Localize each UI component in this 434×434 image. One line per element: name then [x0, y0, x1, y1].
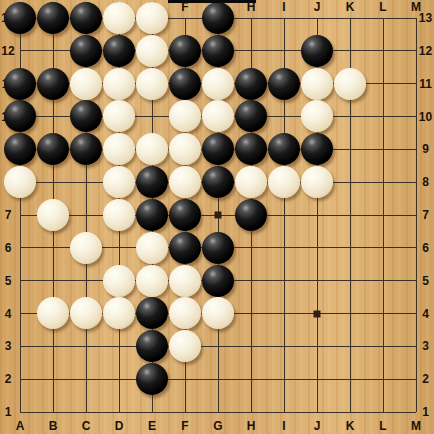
stone-black-D12 [103, 35, 135, 67]
board-intersections [4, 2, 433, 429]
intersection-K6[interactable] [334, 231, 367, 264]
stone-black-C12 [70, 35, 102, 67]
stone-white-D7 [103, 199, 135, 231]
stone-black-J12 [301, 35, 333, 67]
intersection-G13[interactable] [202, 2, 235, 35]
stone-white-K11 [334, 68, 366, 100]
intersection-G5[interactable] [202, 264, 235, 297]
intersection-H6[interactable] [235, 231, 268, 264]
stone-black-I11 [268, 68, 300, 100]
intersection-D9[interactable] [103, 133, 136, 166]
intersection-B6[interactable] [37, 231, 70, 264]
intersection-K13[interactable] [334, 2, 367, 35]
intersection-H10[interactable] [235, 100, 268, 133]
intersection-L3[interactable] [367, 330, 400, 363]
stone-black-G12 [202, 35, 234, 67]
intersection-M4[interactable] [400, 297, 433, 330]
stone-black-E3 [136, 330, 168, 362]
intersection-E2[interactable] [136, 363, 169, 396]
stone-black-A9 [4, 133, 36, 165]
stone-white-B4 [37, 297, 69, 329]
intersection-B11[interactable] [37, 67, 70, 100]
stone-white-C4 [70, 297, 102, 329]
stone-black-E8 [136, 166, 168, 198]
intersection-I13[interactable] [268, 2, 301, 35]
intersection-K7[interactable] [334, 199, 367, 232]
intersection-E4[interactable] [136, 297, 169, 330]
stone-white-E11 [136, 68, 168, 100]
intersection-C2[interactable] [70, 363, 103, 396]
intersection-H8[interactable] [235, 166, 268, 199]
intersection-M8[interactable] [400, 166, 433, 199]
intersection-J11[interactable] [301, 67, 334, 100]
stone-black-F6 [169, 232, 201, 264]
intersection-C8[interactable] [70, 166, 103, 199]
stone-white-G11 [202, 68, 234, 100]
intersection-E5[interactable] [136, 264, 169, 297]
intersection-M12[interactable] [400, 34, 433, 67]
stone-white-F3 [169, 330, 201, 362]
stone-white-E12 [136, 35, 168, 67]
intersection-L12[interactable] [367, 34, 400, 67]
stone-white-A8 [4, 166, 36, 198]
stone-black-A10 [4, 100, 36, 132]
stone-white-D5 [103, 265, 135, 297]
intersection-D6[interactable] [103, 231, 136, 264]
intersection-L6[interactable] [367, 231, 400, 264]
intersection-I11[interactable] [268, 67, 301, 100]
intersection-G9[interactable] [202, 133, 235, 166]
intersection-J1[interactable] [301, 396, 334, 429]
intersection-E1[interactable] [136, 396, 169, 429]
intersection-I9[interactable] [268, 133, 301, 166]
stone-white-C11 [70, 68, 102, 100]
stone-black-C9 [70, 133, 102, 165]
intersection-J8[interactable] [301, 166, 334, 199]
intersection-A1[interactable] [4, 396, 37, 429]
intersection-E11[interactable] [136, 67, 169, 100]
stone-black-G6 [202, 232, 234, 264]
intersection-E12[interactable] [136, 34, 169, 67]
intersection-B2[interactable] [37, 363, 70, 396]
intersection-H5[interactable] [235, 264, 268, 297]
intersection-I10[interactable] [268, 100, 301, 133]
intersection-A3[interactable] [4, 330, 37, 363]
intersection-E10[interactable] [136, 100, 169, 133]
stone-black-B13 [37, 2, 69, 34]
intersection-H2[interactable] [235, 363, 268, 396]
intersection-F5[interactable] [169, 264, 202, 297]
intersection-F9[interactable] [169, 133, 202, 166]
stone-white-D8 [103, 166, 135, 198]
stone-black-B9 [37, 133, 69, 165]
intersection-C3[interactable] [70, 330, 103, 363]
intersection-G6[interactable] [202, 231, 235, 264]
intersection-K5[interactable] [334, 264, 367, 297]
intersection-D4[interactable] [103, 297, 136, 330]
intersection-A11[interactable] [4, 67, 37, 100]
intersection-G2[interactable] [202, 363, 235, 396]
stone-white-F8 [169, 166, 201, 198]
stone-black-E7 [136, 199, 168, 231]
stone-black-G9 [202, 133, 234, 165]
intersection-F13[interactable] [169, 2, 202, 35]
intersection-D1[interactable] [103, 396, 136, 429]
intersection-A8[interactable] [4, 166, 37, 199]
intersection-A9[interactable] [4, 133, 37, 166]
intersection-D12[interactable] [103, 34, 136, 67]
stone-white-B7 [37, 199, 69, 231]
intersection-I4[interactable] [268, 297, 301, 330]
intersection-I3[interactable] [268, 330, 301, 363]
intersection-D5[interactable] [103, 264, 136, 297]
intersection-F1[interactable] [169, 396, 202, 429]
intersection-J2[interactable] [301, 363, 334, 396]
intersection-E6[interactable] [136, 231, 169, 264]
stone-white-F9 [169, 133, 201, 165]
intersection-M13[interactable] [400, 2, 433, 35]
stone-black-E4 [136, 297, 168, 329]
intersection-J12[interactable] [301, 34, 334, 67]
intersection-I1[interactable] [268, 396, 301, 429]
intersection-H9[interactable] [235, 133, 268, 166]
intersection-H3[interactable] [235, 330, 268, 363]
intersection-L5[interactable] [367, 264, 400, 297]
intersection-C11[interactable] [70, 67, 103, 100]
intersection-K3[interactable] [334, 330, 367, 363]
intersection-C6[interactable] [70, 231, 103, 264]
intersection-K11[interactable] [334, 67, 367, 100]
go-app-screen: AABBCCDDEEFFGGHHIIJJKKLLMM13131212111110… [0, 0, 434, 434]
stone-black-A13 [4, 2, 36, 34]
stone-black-H9 [235, 133, 267, 165]
stone-black-G13 [202, 2, 234, 34]
intersection-D8[interactable] [103, 166, 136, 199]
intersection-C5[interactable] [70, 264, 103, 297]
intersection-M3[interactable] [400, 330, 433, 363]
intersection-I8[interactable] [268, 166, 301, 199]
intersection-L7[interactable] [367, 199, 400, 232]
intersection-D11[interactable] [103, 67, 136, 100]
intersection-J5[interactable] [301, 264, 334, 297]
intersection-L4[interactable] [367, 297, 400, 330]
stone-white-D11 [103, 68, 135, 100]
stone-white-D13 [103, 2, 135, 34]
stone-black-G8 [202, 166, 234, 198]
intersection-J6[interactable] [301, 231, 334, 264]
intersection-I5[interactable] [268, 264, 301, 297]
intersection-H1[interactable] [235, 396, 268, 429]
intersection-B10[interactable] [37, 100, 70, 133]
stone-black-H10 [235, 100, 267, 132]
intersection-G3[interactable] [202, 330, 235, 363]
stone-black-C13 [70, 2, 102, 34]
intersection-G12[interactable] [202, 34, 235, 67]
intersection-G10[interactable] [202, 100, 235, 133]
stone-black-C10 [70, 100, 102, 132]
intersection-A13[interactable] [4, 2, 37, 35]
intersection-E8[interactable] [136, 166, 169, 199]
intersection-B8[interactable] [37, 166, 70, 199]
intersection-L1[interactable] [367, 396, 400, 429]
intersection-A4[interactable] [4, 297, 37, 330]
intersection-M9[interactable] [400, 133, 433, 166]
intersection-H13[interactable] [235, 2, 268, 35]
intersection-I6[interactable] [268, 231, 301, 264]
intersection-G11[interactable] [202, 67, 235, 100]
intersection-C12[interactable] [70, 34, 103, 67]
stone-white-D9 [103, 133, 135, 165]
intersection-L9[interactable] [367, 133, 400, 166]
intersection-H4[interactable] [235, 297, 268, 330]
stone-black-H7 [235, 199, 267, 231]
intersection-C7[interactable] [70, 199, 103, 232]
intersection-B5[interactable] [37, 264, 70, 297]
intersection-C13[interactable] [70, 2, 103, 35]
intersection-C10[interactable] [70, 100, 103, 133]
stone-white-E13 [136, 2, 168, 34]
intersection-K12[interactable] [334, 34, 367, 67]
intersection-E7[interactable] [136, 199, 169, 232]
stone-white-F5 [169, 265, 201, 297]
intersection-E13[interactable] [136, 2, 169, 35]
stone-white-D4 [103, 297, 135, 329]
intersection-M7[interactable] [400, 199, 433, 232]
stone-black-H11 [235, 68, 267, 100]
intersection-J7[interactable] [301, 199, 334, 232]
stone-black-F11 [169, 68, 201, 100]
intersection-K10[interactable] [334, 100, 367, 133]
intersection-C1[interactable] [70, 396, 103, 429]
intersection-M2[interactable] [400, 363, 433, 396]
intersection-G8[interactable] [202, 166, 235, 199]
intersection-C4[interactable] [70, 297, 103, 330]
intersection-K4[interactable] [334, 297, 367, 330]
intersection-L11[interactable] [367, 67, 400, 100]
intersection-M5[interactable] [400, 264, 433, 297]
intersection-D7[interactable] [103, 199, 136, 232]
intersection-J10[interactable] [301, 100, 334, 133]
intersection-M1[interactable] [400, 396, 433, 429]
intersection-K2[interactable] [334, 363, 367, 396]
stone-white-F4 [169, 297, 201, 329]
intersection-M11[interactable] [400, 67, 433, 100]
intersection-F10[interactable] [169, 100, 202, 133]
intersection-F3[interactable] [169, 330, 202, 363]
intersection-A12[interactable] [4, 34, 37, 67]
intersection-M6[interactable] [400, 231, 433, 264]
intersection-B4[interactable] [37, 297, 70, 330]
intersection-J13[interactable] [301, 2, 334, 35]
stone-white-C6 [70, 232, 102, 264]
intersection-E3[interactable] [136, 330, 169, 363]
intersection-M10[interactable] [400, 100, 433, 133]
stone-white-E6 [136, 232, 168, 264]
intersection-D10[interactable] [103, 100, 136, 133]
stone-black-A11 [4, 68, 36, 100]
intersection-L10[interactable] [367, 100, 400, 133]
stone-white-J8 [301, 166, 333, 198]
stone-white-F10 [169, 100, 201, 132]
stone-black-J9 [301, 133, 333, 165]
stone-white-J10 [301, 100, 333, 132]
stone-black-I9 [268, 133, 300, 165]
intersection-D3[interactable] [103, 330, 136, 363]
intersection-K8[interactable] [334, 166, 367, 199]
intersection-K9[interactable] [334, 133, 367, 166]
stone-white-E9 [136, 133, 168, 165]
intersection-A10[interactable] [4, 100, 37, 133]
intersection-E9[interactable] [136, 133, 169, 166]
intersection-G4[interactable] [202, 297, 235, 330]
intersection-I7[interactable] [268, 199, 301, 232]
intersection-F4[interactable] [169, 297, 202, 330]
stone-black-F12 [169, 35, 201, 67]
intersection-L2[interactable] [367, 363, 400, 396]
intersection-F6[interactable] [169, 231, 202, 264]
stone-black-E2 [136, 363, 168, 395]
intersection-G1[interactable] [202, 396, 235, 429]
stone-black-G5 [202, 265, 234, 297]
intersection-B1[interactable] [37, 396, 70, 429]
stone-white-G10 [202, 100, 234, 132]
intersection-F8[interactable] [169, 166, 202, 199]
intersection-B13[interactable] [37, 2, 70, 35]
intersection-G7[interactable] [202, 199, 235, 232]
intersection-B12[interactable] [37, 34, 70, 67]
intersection-I12[interactable] [268, 34, 301, 67]
intersection-H7[interactable] [235, 199, 268, 232]
intersection-F11[interactable] [169, 67, 202, 100]
stone-white-E5 [136, 265, 168, 297]
stone-white-G4 [202, 297, 234, 329]
intersection-B3[interactable] [37, 330, 70, 363]
top-edge-artifact-bar [168, 0, 256, 3]
stone-white-J11 [301, 68, 333, 100]
intersection-B9[interactable] [37, 133, 70, 166]
intersection-I2[interactable] [268, 363, 301, 396]
intersection-C9[interactable] [70, 133, 103, 166]
intersection-H11[interactable] [235, 67, 268, 100]
stone-black-B11 [37, 68, 69, 100]
intersection-F2[interactable] [169, 363, 202, 396]
stone-black-F7 [169, 199, 201, 231]
intersection-H12[interactable] [235, 34, 268, 67]
intersection-F7[interactable] [169, 199, 202, 232]
intersection-J3[interactable] [301, 330, 334, 363]
stone-white-H8 [235, 166, 267, 198]
intersection-J4[interactable] [301, 297, 334, 330]
intersection-A2[interactable] [4, 363, 37, 396]
intersection-A5[interactable] [4, 264, 37, 297]
stone-white-I8 [268, 166, 300, 198]
intersection-L13[interactable] [367, 2, 400, 35]
intersection-F12[interactable] [169, 34, 202, 67]
stone-white-D10 [103, 100, 135, 132]
intersection-D13[interactable] [103, 2, 136, 35]
intersection-A7[interactable] [4, 199, 37, 232]
intersection-D2[interactable] [103, 363, 136, 396]
intersection-J9[interactable] [301, 133, 334, 166]
intersection-B7[interactable] [37, 199, 70, 232]
intersection-K1[interactable] [334, 396, 367, 429]
intersection-A6[interactable] [4, 231, 37, 264]
intersection-L8[interactable] [367, 166, 400, 199]
